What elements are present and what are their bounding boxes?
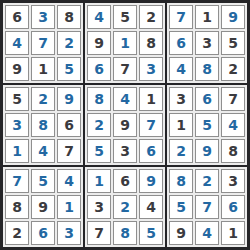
cell-r8c3[interactable]: 1 bbox=[57, 195, 81, 219]
cell-r6c3[interactable]: 7 bbox=[57, 139, 81, 163]
cell-r5c8[interactable]: 5 bbox=[195, 113, 219, 137]
sudoku-box-8: 169324785 bbox=[85, 167, 165, 247]
cell-r5c4[interactable]: 2 bbox=[87, 113, 111, 137]
cell-r5c3[interactable]: 6 bbox=[57, 113, 81, 137]
cell-r6c8[interactable]: 9 bbox=[195, 139, 219, 163]
cell-r9c8[interactable]: 4 bbox=[195, 221, 219, 245]
cell-r6c1[interactable]: 1 bbox=[5, 139, 29, 163]
cell-r4c9[interactable]: 7 bbox=[221, 87, 245, 111]
cell-r5c2[interactable]: 8 bbox=[31, 113, 55, 137]
cell-r7c4[interactable]: 1 bbox=[87, 169, 111, 193]
cell-r8c2[interactable]: 9 bbox=[31, 195, 55, 219]
sudoku-box-4: 529386147 bbox=[3, 85, 83, 165]
cell-r7c7[interactable]: 8 bbox=[169, 169, 193, 193]
cell-r5c1[interactable]: 3 bbox=[5, 113, 29, 137]
cell-r9c3[interactable]: 3 bbox=[57, 221, 81, 245]
sudoku-box-9: 823576941 bbox=[167, 167, 247, 247]
cell-r6c2[interactable]: 4 bbox=[31, 139, 55, 163]
cell-r9c2[interactable]: 6 bbox=[31, 221, 55, 245]
cell-r9c5[interactable]: 8 bbox=[113, 221, 137, 245]
cell-r5c9[interactable]: 4 bbox=[221, 113, 245, 137]
cell-r1c6[interactable]: 2 bbox=[139, 5, 163, 29]
cell-r9c7[interactable]: 9 bbox=[169, 221, 193, 245]
cell-r9c1[interactable]: 2 bbox=[5, 221, 29, 245]
sudoku-box-2: 452918673 bbox=[85, 3, 165, 83]
cell-r4c5[interactable]: 4 bbox=[113, 87, 137, 111]
cell-r1c5[interactable]: 5 bbox=[113, 5, 137, 29]
cell-r6c7[interactable]: 2 bbox=[169, 139, 193, 163]
cell-r5c7[interactable]: 1 bbox=[169, 113, 193, 137]
cell-r6c6[interactable]: 6 bbox=[139, 139, 163, 163]
cell-r3c7[interactable]: 4 bbox=[169, 57, 193, 81]
cell-r6c4[interactable]: 5 bbox=[87, 139, 111, 163]
cell-r2c4[interactable]: 9 bbox=[87, 31, 111, 55]
cell-r3c5[interactable]: 7 bbox=[113, 57, 137, 81]
sudoku-box-3: 719635482 bbox=[167, 3, 247, 83]
cell-r4c8[interactable]: 6 bbox=[195, 87, 219, 111]
cell-r4c1[interactable]: 5 bbox=[5, 87, 29, 111]
sudoku-box-5: 841297536 bbox=[85, 85, 165, 165]
sudoku-box-7: 754891263 bbox=[3, 167, 83, 247]
cell-r9c9[interactable]: 1 bbox=[221, 221, 245, 245]
cell-r5c5[interactable]: 9 bbox=[113, 113, 137, 137]
cell-r9c4[interactable]: 7 bbox=[87, 221, 111, 245]
cell-r2c9[interactable]: 5 bbox=[221, 31, 245, 55]
cell-r8c8[interactable]: 7 bbox=[195, 195, 219, 219]
cell-r1c9[interactable]: 9 bbox=[221, 5, 245, 29]
cell-r2c8[interactable]: 3 bbox=[195, 31, 219, 55]
cell-r1c7[interactable]: 7 bbox=[169, 5, 193, 29]
cell-r6c9[interactable]: 8 bbox=[221, 139, 245, 163]
cell-r3c9[interactable]: 2 bbox=[221, 57, 245, 81]
cell-r7c6[interactable]: 9 bbox=[139, 169, 163, 193]
cell-r3c1[interactable]: 9 bbox=[5, 57, 29, 81]
cell-r2c5[interactable]: 1 bbox=[113, 31, 137, 55]
cell-r8c6[interactable]: 4 bbox=[139, 195, 163, 219]
cell-r6c5[interactable]: 3 bbox=[113, 139, 137, 163]
cell-r8c1[interactable]: 8 bbox=[5, 195, 29, 219]
cell-r2c7[interactable]: 6 bbox=[169, 31, 193, 55]
cell-r4c6[interactable]: 1 bbox=[139, 87, 163, 111]
cell-r7c8[interactable]: 2 bbox=[195, 169, 219, 193]
cell-r8c7[interactable]: 5 bbox=[169, 195, 193, 219]
sudoku-box-1: 638472915 bbox=[3, 3, 83, 83]
cell-r4c7[interactable]: 3 bbox=[169, 87, 193, 111]
cell-r7c3[interactable]: 4 bbox=[57, 169, 81, 193]
cell-r1c3[interactable]: 8 bbox=[57, 5, 81, 29]
cell-r8c4[interactable]: 3 bbox=[87, 195, 111, 219]
cell-r4c2[interactable]: 2 bbox=[31, 87, 55, 111]
cell-r9c6[interactable]: 5 bbox=[139, 221, 163, 245]
cell-r2c1[interactable]: 4 bbox=[5, 31, 29, 55]
cell-r3c8[interactable]: 8 bbox=[195, 57, 219, 81]
cell-r7c1[interactable]: 7 bbox=[5, 169, 29, 193]
cell-r3c3[interactable]: 5 bbox=[57, 57, 81, 81]
cell-r7c5[interactable]: 6 bbox=[113, 169, 137, 193]
cell-r7c2[interactable]: 5 bbox=[31, 169, 55, 193]
cell-r4c3[interactable]: 9 bbox=[57, 87, 81, 111]
cell-r1c4[interactable]: 4 bbox=[87, 5, 111, 29]
cell-r3c2[interactable]: 1 bbox=[31, 57, 55, 81]
cell-r4c4[interactable]: 8 bbox=[87, 87, 111, 111]
cell-r2c3[interactable]: 2 bbox=[57, 31, 81, 55]
sudoku-box-6: 367154298 bbox=[167, 85, 247, 165]
cell-r8c5[interactable]: 2 bbox=[113, 195, 137, 219]
cell-r3c6[interactable]: 3 bbox=[139, 57, 163, 81]
cell-r1c2[interactable]: 3 bbox=[31, 5, 55, 29]
cell-r2c2[interactable]: 7 bbox=[31, 31, 55, 55]
cell-r8c9[interactable]: 6 bbox=[221, 195, 245, 219]
cell-r7c9[interactable]: 3 bbox=[221, 169, 245, 193]
cell-r2c6[interactable]: 8 bbox=[139, 31, 163, 55]
sudoku-board: 6384729154529186737196354825293861478412… bbox=[0, 0, 250, 250]
cell-r1c1[interactable]: 6 bbox=[5, 5, 29, 29]
cell-r3c4[interactable]: 6 bbox=[87, 57, 111, 81]
cell-r1c8[interactable]: 1 bbox=[195, 5, 219, 29]
cell-r5c6[interactable]: 7 bbox=[139, 113, 163, 137]
